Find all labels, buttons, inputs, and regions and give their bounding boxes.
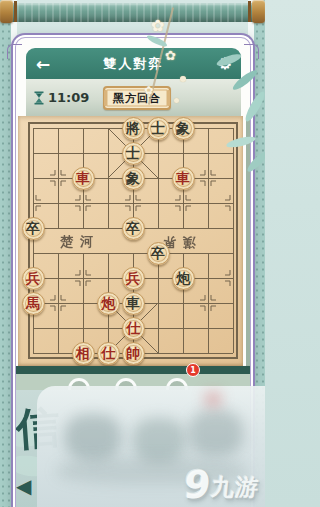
piece-red-仕[interactable]: 仕 [97, 342, 120, 365]
blurred-content [133, 418, 185, 462]
blossom-flower-icon: ✿ [165, 48, 176, 63]
move-timer: 11:09 [33, 79, 89, 116]
piece-black-卒[interactable]: 卒 [147, 242, 170, 265]
scroll-rod-ring-right [248, 1, 251, 22]
back-button[interactable]: ← [36, 48, 50, 79]
piece-red-相[interactable]: 相 [72, 342, 95, 365]
blossom-bud [174, 98, 179, 103]
app-header: ← 雙人對弈 ⚙ [26, 48, 241, 79]
piece-red-車[interactable]: 車 [72, 167, 95, 190]
toolbar-top-bar [16, 366, 250, 374]
hourglass-icon [33, 91, 45, 105]
watermark-logo: 9 [182, 469, 212, 501]
scroll-rod-cap-left [0, 0, 13, 23]
blurred-badge [205, 392, 221, 406]
piece-black-卒[interactable]: 卒 [122, 217, 145, 240]
blossom-flower-icon: ✿ [144, 84, 153, 97]
blurred-content [65, 414, 121, 460]
blossom-flower-icon: ✿ [151, 16, 164, 35]
piece-black-士[interactable]: 士 [147, 117, 170, 140]
blurred-content [189, 410, 243, 456]
timer-value: 11:09 [48, 90, 89, 105]
piece-red-炮[interactable]: 炮 [97, 292, 120, 315]
turn-indicator-text: 黑方回合 [113, 91, 161, 106]
piece-black-車[interactable]: 車 [122, 292, 145, 315]
scroll-rod-cap-right [252, 0, 265, 23]
left-triangle-icon: ◀ [16, 474, 31, 498]
piece-red-車[interactable]: 車 [172, 167, 195, 190]
piece-red-兵[interactable]: 兵 [122, 267, 145, 290]
piece-red-仕[interactable]: 仕 [122, 317, 145, 340]
scroll-rod [10, 3, 255, 22]
fade-overlay: 9 九游 [37, 386, 265, 507]
piece-black-將[interactable]: 將 [122, 117, 145, 140]
scroll-rod-texture [10, 3, 255, 22]
scroll-rod-ring-left [14, 1, 17, 22]
board[interactable]: 楚河 漢界 將士象士車象車卒卒卒兵兵炮馬炮車仕相仕帥 [18, 116, 243, 366]
page-title: 雙人對弈 [104, 55, 164, 73]
background-left-strip [0, 0, 11, 507]
piece-red-兵[interactable]: 兵 [22, 267, 45, 290]
piece-red-帥[interactable]: 帥 [122, 342, 145, 365]
piece-red-馬[interactable]: 馬 [22, 292, 45, 315]
status-row: 11:09 黑方回合 [26, 79, 241, 116]
board-edge-strip [246, 116, 250, 366]
watermark-text: 九游 [209, 476, 260, 501]
watermark: 9 九游 [182, 469, 261, 501]
notification-badge: 1 [186, 363, 200, 377]
piece-black-卒[interactable]: 卒 [22, 217, 45, 240]
back-arrow-icon: ← [36, 54, 50, 74]
piece-black-士[interactable]: 士 [122, 142, 145, 165]
piece-black-象[interactable]: 象 [122, 167, 145, 190]
blossom-bud [180, 76, 186, 82]
turn-indicator-badge: 黑方回合 [103, 86, 171, 110]
river-label-left: 楚河 [60, 233, 100, 251]
piece-black-炮[interactable]: 炮 [172, 267, 195, 290]
piece-black-象[interactable]: 象 [172, 117, 195, 140]
screenshot-root: { "app": { "header": { "title": "雙人對弈", … [0, 0, 265, 507]
